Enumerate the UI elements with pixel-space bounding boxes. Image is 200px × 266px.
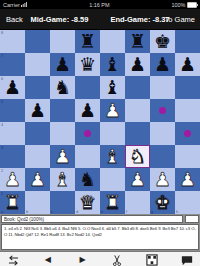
rank-coordinate-label: 4 [1, 123, 3, 127]
square-b7[interactable] [25, 53, 50, 76]
square-b1[interactable]: b [25, 191, 50, 214]
file-coordinate-label: f [126, 210, 127, 214]
comment-button[interactable] [179, 253, 195, 266]
piece-white-king: ♚ [154, 193, 171, 212]
navigation-bar: Back Mid-Game: -8.59 End-Game: -8.37 To … [0, 9, 200, 30]
square-d1[interactable]: ♛d [75, 191, 100, 214]
square-f4[interactable] [125, 122, 150, 145]
end-game-eval-label: End-Game: -8.37 [110, 15, 169, 24]
piece-black-pawn: ♟ [29, 101, 46, 120]
piece-black-pawn: ♟ [129, 55, 146, 74]
square-d3[interactable] [75, 145, 100, 168]
square-a8[interactable]: 8 [0, 30, 25, 53]
piece-white-knight: ♞ [129, 147, 146, 166]
status-bar: Carrier 1:16 PM 100% [0, 0, 200, 9]
legal-move-dot [184, 130, 191, 137]
square-f6[interactable] [125, 76, 150, 99]
piece-white-rook: ♜ [4, 193, 21, 212]
square-e1[interactable]: ♜e [100, 191, 125, 214]
rank-coordinate-label: 3 [1, 146, 3, 150]
square-c2[interactable]: ♝ [50, 168, 75, 191]
next-move-button[interactable]: ▶ [75, 253, 91, 266]
piece-black-rook: ♜ [79, 32, 96, 51]
square-h7[interactable]: ♟ [175, 53, 200, 76]
setup-board-button[interactable] [144, 253, 160, 266]
chess-board: 8♜♜♚7♟♛♝♟♟♟♟6♞♝5♟♟♟43♟♝♞♟2♟♝♞♟♟♟♜1abc♛d♜… [0, 30, 200, 214]
square-f5[interactable] [125, 99, 150, 122]
piece-black-bishop: ♝ [104, 55, 121, 74]
square-a7[interactable]: 7 [0, 53, 25, 76]
square-c1[interactable]: c [50, 191, 75, 214]
rank-coordinate-label: 5 [1, 100, 3, 104]
piece-white-bishop: ♝ [54, 170, 71, 189]
carrier-label: Carrier [3, 2, 20, 8]
square-g1[interactable]: ♚g [150, 191, 175, 214]
clock-label: 1:16 PM [89, 2, 109, 8]
book-side-button[interactable] [185, 215, 199, 223]
square-f1[interactable]: f [125, 191, 150, 214]
square-b2[interactable]: ♟ [25, 168, 50, 191]
square-h4[interactable] [175, 122, 200, 145]
legal-move-dot [159, 107, 166, 114]
piece-white-queen: ♛ [79, 193, 96, 212]
file-coordinate-label: b [26, 210, 28, 214]
piece-black-knight: ♞ [79, 170, 96, 189]
square-d5[interactable]: ♟ [75, 99, 100, 122]
square-e2[interactable] [100, 168, 125, 191]
piece-white-rook: ♜ [104, 193, 121, 212]
square-b8[interactable] [25, 30, 50, 53]
square-f3[interactable]: ♞ [125, 145, 150, 168]
battery-percent-label: 100% [171, 2, 185, 8]
rank-coordinate-label: 2 [1, 169, 3, 173]
next-move-icon: ▶ [80, 256, 86, 264]
setup-board-icon [146, 254, 158, 266]
piece-black-pawn: ♟ [4, 78, 21, 97]
square-h3[interactable] [175, 145, 200, 168]
square-h6[interactable] [175, 76, 200, 99]
square-a5[interactable]: 5 [0, 99, 25, 122]
square-c6[interactable]: ♞ [50, 76, 75, 99]
square-f7[interactable]: ♟ [125, 53, 150, 76]
signal-icon [21, 2, 27, 7]
piece-black-knight: ♞ [54, 78, 71, 97]
legal-move-dot [84, 130, 91, 137]
flip-board-icon [7, 255, 20, 266]
piece-black-pawn: ♟ [154, 55, 171, 74]
square-h5[interactable] [175, 99, 200, 122]
square-h2[interactable]: ♟ [175, 168, 200, 191]
square-e6[interactable]: ♝ [100, 76, 125, 99]
square-c5[interactable] [50, 99, 75, 122]
mid-game-eval-label: Mid-Game: -8.59 [30, 15, 88, 24]
book-move-field[interactable]: Book: Qxd2 (100%) [1, 215, 183, 223]
piece-black-bishop: ♝ [104, 78, 121, 97]
square-c3[interactable]: ♟ [50, 145, 75, 168]
piece-black-king: ♚ [154, 32, 171, 51]
square-d7[interactable]: ♛ [75, 53, 100, 76]
rank-coordinate-label: 8 [1, 31, 3, 35]
square-d8[interactable]: ♜ [75, 30, 100, 53]
square-f8[interactable]: ♜ [125, 30, 150, 53]
scissors-icon [111, 254, 123, 266]
piece-white-pawn: ♟ [29, 170, 46, 189]
piece-black-queen: ♛ [79, 55, 96, 74]
piece-black-pawn: ♟ [79, 101, 96, 120]
square-d4[interactable] [75, 122, 100, 145]
square-g7[interactable]: ♟ [150, 53, 175, 76]
piece-white-pawn: ♟ [104, 101, 121, 120]
file-coordinate-label: c [51, 210, 53, 214]
piece-black-rook: ♜ [129, 32, 146, 51]
rank-coordinate-label: 7 [1, 54, 3, 58]
square-c7[interactable]: ♟ [50, 53, 75, 76]
battery-icon [187, 2, 197, 8]
square-g5[interactable] [150, 99, 175, 122]
chess-analysis-app: Carrier 1:16 PM 100% Back Mid-Game: -8.5… [0, 0, 200, 266]
square-a1[interactable]: ♜1a [0, 191, 25, 214]
square-e4[interactable] [100, 122, 125, 145]
move-list[interactable]: 1. e4 e5 2. Nf3 Nc6 3. Bb5 a6 4. Ba4 Nf6… [1, 224, 199, 250]
square-f2[interactable]: ♟ [125, 168, 150, 191]
rank-coordinate-label: 6 [1, 77, 3, 81]
truncate-button[interactable] [109, 253, 125, 266]
piece-black-pawn: ♟ [54, 55, 71, 74]
square-d6[interactable] [75, 76, 100, 99]
square-a6[interactable]: ♟6 [0, 76, 25, 99]
back-button[interactable]: Back [6, 9, 23, 29]
piece-white-pawn: ♟ [154, 170, 171, 189]
square-b3[interactable] [25, 145, 50, 168]
comment-bubble-icon [181, 255, 193, 266]
previous-move-icon: ◀ [45, 256, 51, 264]
piece-white-pawn: ♟ [4, 170, 21, 189]
square-e8[interactable] [100, 30, 125, 53]
bottom-panel: Book: Qxd2 (100%) 1. e4 e5 2. Nf3 Nc6 3.… [0, 214, 200, 266]
square-e7[interactable]: ♝ [100, 53, 125, 76]
square-a3[interactable]: 3 [0, 145, 25, 168]
file-coordinate-label: g [151, 210, 153, 214]
file-coordinate-label: e [101, 210, 103, 214]
square-c4[interactable] [50, 122, 75, 145]
toolbar: ◀ ▶ [0, 251, 200, 266]
square-h8[interactable] [175, 30, 200, 53]
piece-black-pawn: ♟ [179, 55, 196, 74]
square-b6[interactable] [25, 76, 50, 99]
square-d2[interactable]: ♞ [75, 168, 100, 191]
piece-white-pawn: ♟ [129, 170, 146, 189]
to-game-button[interactable]: To Game [165, 9, 195, 29]
square-g8[interactable]: ♚ [150, 30, 175, 53]
flip-board-button[interactable] [5, 253, 21, 266]
file-coordinate-label: d [76, 210, 78, 214]
square-g3[interactable] [150, 145, 175, 168]
file-coordinate-label: a [1, 210, 3, 214]
square-h1[interactable]: h [175, 191, 200, 214]
square-a4[interactable]: 4 [0, 122, 25, 145]
square-e3[interactable]: ♝ [100, 145, 125, 168]
piece-white-pawn: ♟ [179, 170, 196, 189]
previous-move-button[interactable]: ◀ [40, 253, 56, 266]
square-b4[interactable] [25, 122, 50, 145]
piece-white-bishop: ♝ [104, 147, 121, 166]
square-c8[interactable] [50, 30, 75, 53]
square-g4[interactable] [150, 122, 175, 145]
square-e5[interactable]: ♟ [100, 99, 125, 122]
square-b5[interactable]: ♟ [25, 99, 50, 122]
piece-white-pawn: ♟ [54, 147, 71, 166]
square-g6[interactable] [150, 76, 175, 99]
square-a2[interactable]: ♟2 [0, 168, 25, 191]
square-g2[interactable]: ♟ [150, 168, 175, 191]
rank-coordinate-label: 1 [1, 192, 3, 196]
file-coordinate-label: h [176, 210, 178, 214]
